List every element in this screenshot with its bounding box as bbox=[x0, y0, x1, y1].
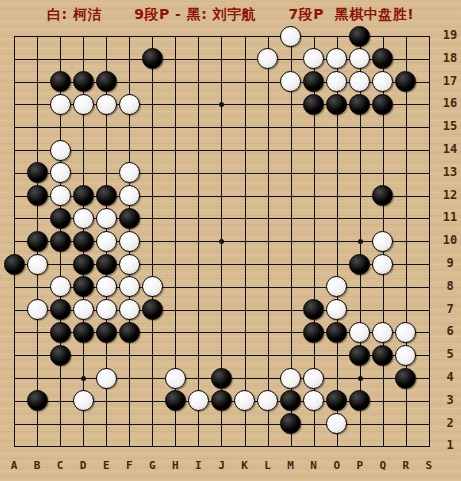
stone-black-B12 bbox=[27, 185, 48, 206]
col-label-E: E bbox=[98, 459, 114, 472]
stone-white-O8 bbox=[326, 276, 347, 297]
stone-black-J4 bbox=[211, 368, 232, 389]
col-label-K: K bbox=[237, 459, 253, 472]
stone-black-D10 bbox=[73, 231, 94, 252]
col-label-N: N bbox=[306, 459, 322, 472]
stone-white-L3 bbox=[257, 390, 278, 411]
col-label-J: J bbox=[213, 459, 229, 472]
stone-black-R17 bbox=[395, 71, 416, 92]
stone-white-E4 bbox=[96, 368, 117, 389]
stone-white-G8 bbox=[142, 276, 163, 297]
row-label-2: 2 bbox=[440, 416, 460, 430]
stone-white-P6 bbox=[349, 322, 370, 343]
stone-white-C8 bbox=[50, 276, 71, 297]
stone-black-Q12 bbox=[372, 185, 393, 206]
stone-black-C5 bbox=[50, 345, 71, 366]
star-point bbox=[219, 102, 224, 107]
stone-black-D12 bbox=[73, 185, 94, 206]
row-label-18: 18 bbox=[440, 51, 460, 65]
stone-white-L18 bbox=[257, 48, 278, 69]
stone-white-F8 bbox=[119, 276, 140, 297]
stone-black-O6 bbox=[326, 322, 347, 343]
stone-black-C7 bbox=[50, 299, 71, 320]
stone-white-M4 bbox=[280, 368, 301, 389]
stone-black-G18 bbox=[142, 48, 163, 69]
stone-black-H3 bbox=[165, 390, 186, 411]
row-label-10: 10 bbox=[440, 233, 460, 247]
stone-white-R6 bbox=[395, 322, 416, 343]
stone-black-G7 bbox=[142, 299, 163, 320]
stone-black-P19 bbox=[349, 26, 370, 47]
stone-black-N6 bbox=[303, 322, 324, 343]
stone-black-M3 bbox=[280, 390, 301, 411]
stone-white-Q6 bbox=[372, 322, 393, 343]
stone-black-B13 bbox=[27, 162, 48, 183]
stone-white-E8 bbox=[96, 276, 117, 297]
star-point bbox=[219, 239, 224, 244]
stone-white-C13 bbox=[50, 162, 71, 183]
col-label-I: I bbox=[190, 459, 206, 472]
star-point bbox=[358, 376, 363, 381]
stone-black-F6 bbox=[119, 322, 140, 343]
stone-black-P16 bbox=[349, 94, 370, 115]
stone-white-F9 bbox=[119, 254, 140, 275]
stone-white-F12 bbox=[119, 185, 140, 206]
stone-black-C6 bbox=[50, 322, 71, 343]
stone-black-M2 bbox=[280, 413, 301, 434]
grid-horizontal-line bbox=[14, 424, 430, 425]
stone-white-P18 bbox=[349, 48, 370, 69]
stone-white-M19 bbox=[280, 26, 301, 47]
col-label-A: A bbox=[6, 459, 22, 472]
stone-black-R4 bbox=[395, 368, 416, 389]
row-label-16: 16 bbox=[440, 96, 460, 110]
stone-white-F16 bbox=[119, 94, 140, 115]
stone-white-M17 bbox=[280, 71, 301, 92]
stone-black-P5 bbox=[349, 345, 370, 366]
stone-black-Q16 bbox=[372, 94, 393, 115]
row-label-15: 15 bbox=[440, 119, 460, 133]
stone-white-E16 bbox=[96, 94, 117, 115]
stone-black-D8 bbox=[73, 276, 94, 297]
row-label-11: 11 bbox=[440, 210, 460, 224]
stone-black-D17 bbox=[73, 71, 94, 92]
stone-black-E12 bbox=[96, 185, 117, 206]
row-label-3: 3 bbox=[440, 393, 460, 407]
stone-black-P9 bbox=[349, 254, 370, 275]
stone-black-O3 bbox=[326, 390, 347, 411]
stone-white-D16 bbox=[73, 94, 94, 115]
grid-horizontal-line bbox=[14, 446, 430, 447]
row-label-5: 5 bbox=[440, 347, 460, 361]
stone-white-F10 bbox=[119, 231, 140, 252]
stone-black-P3 bbox=[349, 390, 370, 411]
stone-white-Q17 bbox=[372, 71, 393, 92]
stone-white-N3 bbox=[303, 390, 324, 411]
stone-black-C11 bbox=[50, 208, 71, 229]
stone-black-N16 bbox=[303, 94, 324, 115]
stone-white-Q9 bbox=[372, 254, 393, 275]
row-label-8: 8 bbox=[440, 279, 460, 293]
row-label-19: 19 bbox=[440, 28, 460, 42]
stone-white-D11 bbox=[73, 208, 94, 229]
stone-white-O2 bbox=[326, 413, 347, 434]
col-label-L: L bbox=[260, 459, 276, 472]
row-label-4: 4 bbox=[440, 370, 460, 384]
stone-black-J3 bbox=[211, 390, 232, 411]
stone-black-E9 bbox=[96, 254, 117, 275]
stone-white-H4 bbox=[165, 368, 186, 389]
col-label-H: H bbox=[167, 459, 183, 472]
row-label-1: 1 bbox=[440, 438, 460, 452]
stone-black-D6 bbox=[73, 322, 94, 343]
stone-white-R5 bbox=[395, 345, 416, 366]
stone-white-K3 bbox=[234, 390, 255, 411]
row-label-12: 12 bbox=[440, 188, 460, 202]
stone-black-E17 bbox=[96, 71, 117, 92]
col-label-S: S bbox=[421, 459, 437, 472]
stone-white-O18 bbox=[326, 48, 347, 69]
stone-black-N7 bbox=[303, 299, 324, 320]
stone-black-E6 bbox=[96, 322, 117, 343]
go-board[interactable]: ABCDEFGHIJKLMNOPQRS191817161514131211109… bbox=[0, 0, 461, 481]
row-label-6: 6 bbox=[440, 324, 460, 338]
stone-white-N18 bbox=[303, 48, 324, 69]
col-label-M: M bbox=[283, 459, 299, 472]
go-game-viewer: 白: 柯洁 9段P - 黑: 刘宇航 7段P 黑棋中盘胜! ABCDEFGHIJ… bbox=[0, 0, 461, 481]
stone-white-F13 bbox=[119, 162, 140, 183]
stone-white-D7 bbox=[73, 299, 94, 320]
row-label-17: 17 bbox=[440, 74, 460, 88]
star-point bbox=[358, 239, 363, 244]
grid-vertical-line bbox=[429, 36, 430, 447]
col-label-D: D bbox=[75, 459, 91, 472]
stone-white-C14 bbox=[50, 140, 71, 161]
row-label-14: 14 bbox=[440, 142, 460, 156]
stone-white-F7 bbox=[119, 299, 140, 320]
stone-black-B3 bbox=[27, 390, 48, 411]
stone-white-I3 bbox=[188, 390, 209, 411]
stone-white-E11 bbox=[96, 208, 117, 229]
star-point bbox=[81, 376, 86, 381]
col-label-G: G bbox=[144, 459, 160, 472]
col-label-B: B bbox=[29, 459, 45, 472]
stone-white-C12 bbox=[50, 185, 71, 206]
row-label-7: 7 bbox=[440, 302, 460, 316]
stone-black-Q5 bbox=[372, 345, 393, 366]
grid-vertical-line bbox=[268, 36, 269, 447]
stone-black-D9 bbox=[73, 254, 94, 275]
col-label-P: P bbox=[352, 459, 368, 472]
stone-white-P17 bbox=[349, 71, 370, 92]
stone-black-F11 bbox=[119, 208, 140, 229]
col-label-C: C bbox=[52, 459, 68, 472]
grid-vertical-line bbox=[245, 36, 246, 447]
col-label-R: R bbox=[398, 459, 414, 472]
stone-black-O16 bbox=[326, 94, 347, 115]
stone-black-C10 bbox=[50, 231, 71, 252]
stone-white-O7 bbox=[326, 299, 347, 320]
col-label-F: F bbox=[121, 459, 137, 472]
stone-white-Q10 bbox=[372, 231, 393, 252]
col-label-O: O bbox=[329, 459, 345, 472]
stone-black-Q18 bbox=[372, 48, 393, 69]
row-label-13: 13 bbox=[440, 165, 460, 179]
stone-white-N4 bbox=[303, 368, 324, 389]
stone-black-A9 bbox=[4, 254, 25, 275]
stone-white-E10 bbox=[96, 231, 117, 252]
stone-white-C16 bbox=[50, 94, 71, 115]
stone-black-N17 bbox=[303, 71, 324, 92]
stone-black-B10 bbox=[27, 231, 48, 252]
row-label-9: 9 bbox=[440, 256, 460, 270]
stone-black-C17 bbox=[50, 71, 71, 92]
stone-white-O17 bbox=[326, 71, 347, 92]
col-label-Q: Q bbox=[375, 459, 391, 472]
stone-white-B7 bbox=[27, 299, 48, 320]
stone-white-D3 bbox=[73, 390, 94, 411]
stone-white-E7 bbox=[96, 299, 117, 320]
stone-white-B9 bbox=[27, 254, 48, 275]
